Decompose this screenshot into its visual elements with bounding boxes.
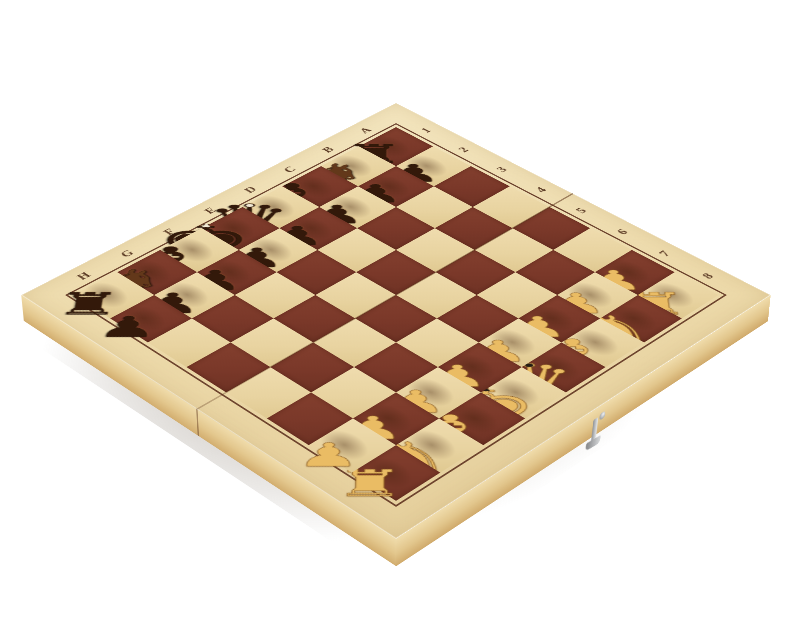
square-h6	[267, 392, 353, 445]
chess-board-box: A B C D E F G H 1 2 3 4 5 6 7 8 ♜♞♝♛♚♝♞♜…	[21, 103, 771, 539]
square-g5	[270, 342, 354, 392]
piece-shadow	[355, 398, 421, 439]
piece-light-rook-h8: ♜	[329, 464, 409, 503]
square-g4	[231, 318, 314, 367]
board-grid: ♜♞♝♛♚♝♞♜♟♟♟♟♟♟♟♟♟♟♟♟♟♟♟♟♜♞♝♛♚♝♞♜	[74, 127, 719, 501]
piece-shadow	[441, 398, 508, 439]
finial-tip-cone	[201, 223, 210, 227]
bishop-glyph: ♝	[407, 408, 495, 454]
square-h8: ♜	[352, 445, 440, 501]
piece-light-pawn-e7: ♟	[423, 360, 492, 392]
square-h5	[226, 367, 311, 418]
piece-light-queen-d8: ♛	[477, 356, 585, 404]
chess-set-photo: A B C D E F G H 1 2 3 4 5 6 7 8 ♜♞♝♛♚♝♞♜…	[0, 0, 792, 621]
piece-dark-pawn-h2: ♟	[92, 312, 163, 342]
square-e8: ♚	[481, 367, 566, 418]
square-g8: ♞	[396, 418, 483, 472]
square-e6	[396, 318, 479, 367]
finial-tip-cone	[480, 386, 490, 391]
square-h3	[148, 318, 231, 367]
square-e7: ♟	[438, 342, 522, 392]
square-f4	[274, 295, 356, 342]
piece-light-knight-g8: ♞	[365, 436, 456, 479]
fold-seam-side	[196, 409, 199, 437]
finial-tip-ball	[246, 204, 253, 207]
knight-glyph: ♞	[369, 436, 451, 479]
piece-light-pawn-f7: ♟	[381, 385, 451, 418]
pawn-glyph: ♟	[341, 411, 405, 444]
piece-light-king-e8: ♚	[427, 380, 545, 435]
square-f6	[354, 342, 438, 392]
latch-pin	[599, 411, 605, 421]
pawn-glyph: ♟	[95, 312, 159, 342]
pawn-glyph: ♟	[426, 360, 488, 392]
square-e5	[355, 295, 437, 342]
piece-light-pawn-h7: ♟	[292, 438, 364, 472]
square-d8: ♛	[522, 342, 606, 392]
square-f8: ♝	[439, 392, 525, 445]
finial-tip-ball	[525, 363, 533, 366]
pawn-glyph: ♟	[296, 438, 361, 472]
square-f7: ♟	[396, 367, 481, 418]
square-h7: ♟	[309, 418, 396, 472]
piece-shadow	[354, 451, 422, 494]
square-h4	[186, 342, 270, 392]
piece-shadow	[311, 424, 378, 466]
piece-light-bishop-f8: ♝	[402, 408, 501, 454]
piece-shadow	[398, 424, 465, 466]
pawn-glyph: ♟	[384, 385, 447, 418]
square-g6	[311, 367, 396, 418]
square-g7: ♟	[353, 392, 439, 445]
king-glyph: ♚	[433, 380, 539, 435]
queen-glyph: ♛	[482, 356, 579, 404]
board-top: A B C D E F G H 1 2 3 4 5 6 7 8 ♜♞♝♛♚♝♞♜…	[21, 103, 771, 539]
piece-light-pawn-g7: ♟	[337, 411, 408, 444]
square-f5	[313, 318, 396, 367]
rook-glyph: ♜	[334, 464, 406, 503]
